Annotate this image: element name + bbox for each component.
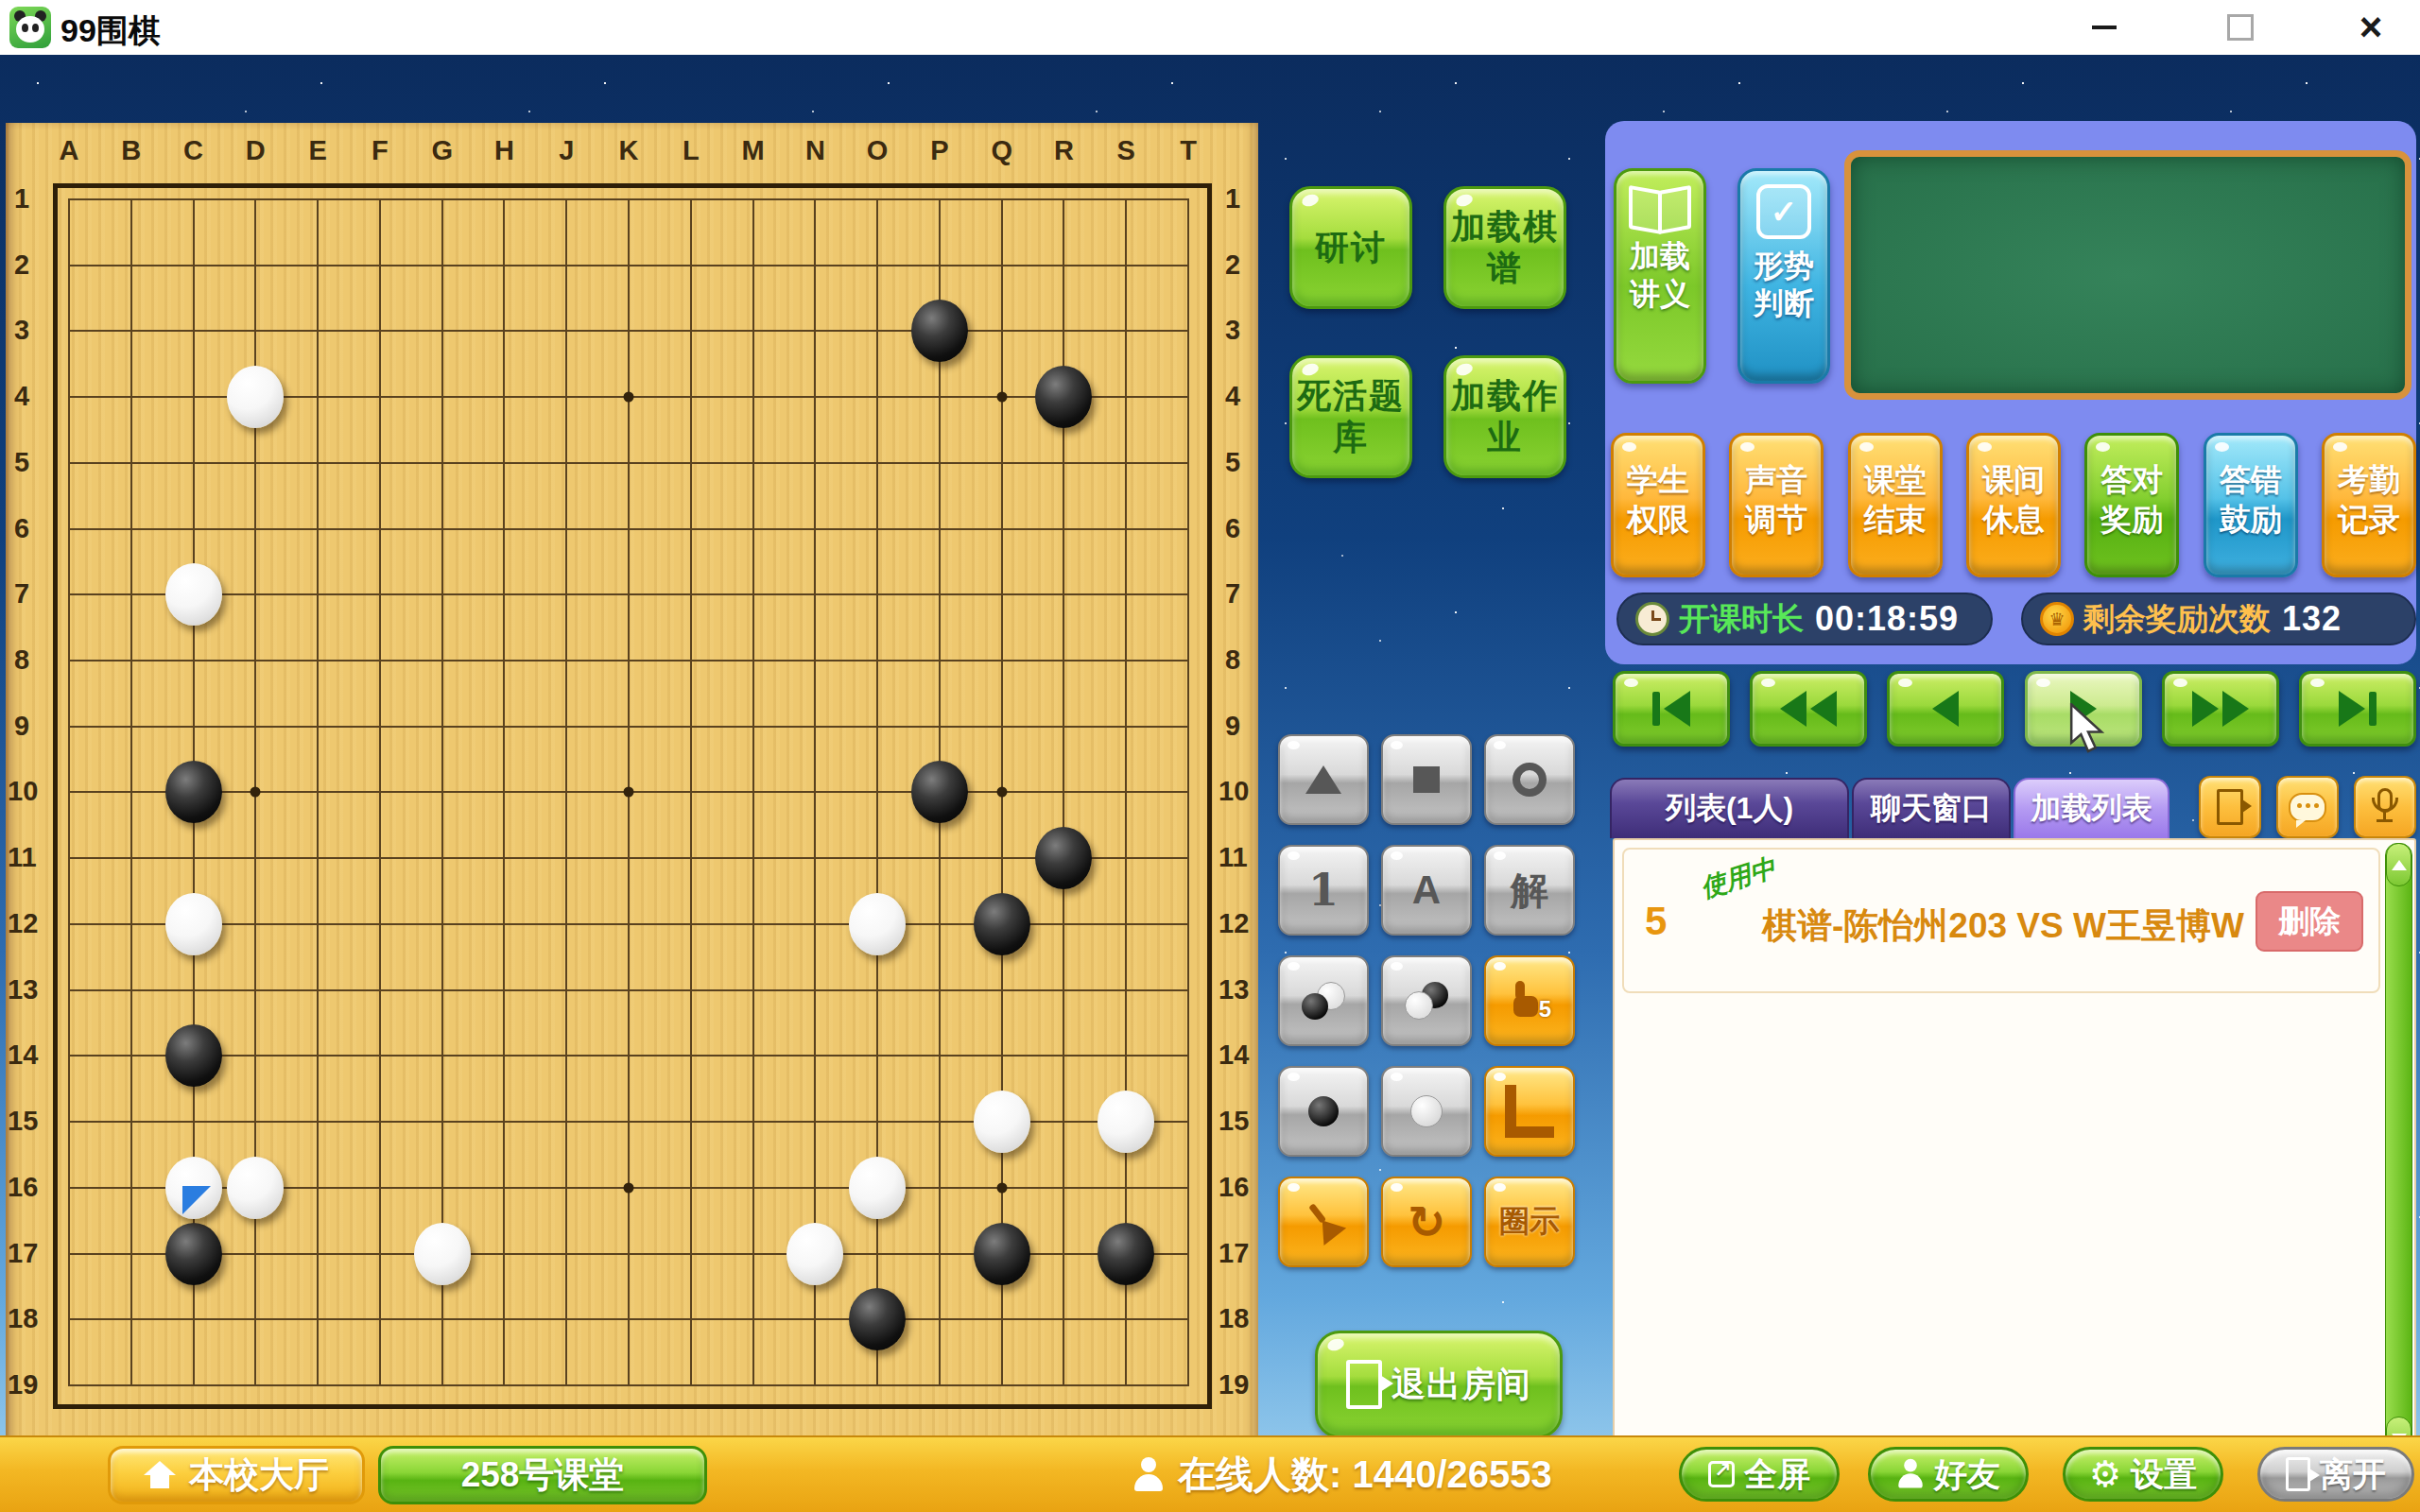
col-label-top: K: [610, 135, 648, 166]
exit-door-icon: [1346, 1360, 1382, 1409]
load-lecture-button[interactable]: 加载讲义: [1614, 168, 1706, 384]
bottom-bar: 本校大厅 258号课堂 在线人数: 1440/26553 全屏 好友 ⚙ 设置 …: [0, 1435, 2420, 1512]
tab-chat-window[interactable]: 聊天窗口: [1852, 778, 2011, 838]
stone-white-C7: [165, 563, 222, 626]
situation-judgement-button[interactable]: ✓ 形势判断: [1737, 168, 1830, 384]
stone-white-N17: [786, 1223, 843, 1285]
forward-icon: [2192, 691, 2219, 727]
book-icon: [1629, 184, 1691, 230]
star-point: [251, 787, 261, 798]
col-label-top: P: [921, 135, 959, 166]
board-panel: AABBCCDDEEFFGGHHJJKKLLMMNNOOPPQQRRSSTT11…: [6, 123, 1258, 1489]
row-label-left: 14: [8, 1039, 36, 1071]
stone-white-C12: [165, 893, 222, 955]
row-label-left: 2: [8, 249, 36, 281]
col-label-top: M: [735, 135, 772, 166]
place-black-stone-tool[interactable]: [1278, 1066, 1369, 1157]
list-scrollbar[interactable]: [2385, 843, 2412, 1460]
scroll-up-icon: [2392, 860, 2407, 870]
col-label-top: R: [1045, 135, 1082, 166]
col-label-top: F: [361, 135, 399, 166]
class-button-1[interactable]: 学生权限: [1611, 433, 1705, 577]
row-label-right: 16: [1219, 1172, 1247, 1203]
count-territory-tool[interactable]: [1484, 1066, 1575, 1157]
stone-black-O18: [849, 1288, 906, 1350]
stone-black-P3: [911, 300, 968, 362]
col-label-top: J: [547, 135, 585, 166]
row-label-left: 12: [8, 908, 36, 939]
minimize-icon: [2092, 26, 2117, 29]
stone-black-P10: [911, 761, 968, 823]
number-label-tool[interactable]: 1: [1278, 845, 1369, 936]
alternate-stones-black-first-tool[interactable]: [1278, 955, 1369, 1046]
row-label-left: 19: [8, 1369, 36, 1400]
class-button-7[interactable]: 考勤记录: [2322, 433, 2416, 577]
annotation-tools: 1 A 解 5 ↻ 圈示: [1278, 734, 1576, 1267]
letter-label-tool[interactable]: A: [1381, 845, 1472, 936]
settings-button[interactable]: ⚙ 设置: [2063, 1447, 2223, 1502]
row-label-right: 3: [1219, 315, 1247, 346]
class-button-2[interactable]: 声音调节: [1729, 433, 1824, 577]
class-management-buttons: 学生权限声音调节课堂结束课间休息答对奖励答错鼓励考勤记录: [1611, 433, 2416, 577]
delete-record-button[interactable]: 删除: [2256, 891, 2363, 952]
check-badge-icon: ✓: [1756, 184, 1811, 239]
black-white-stones-icon: [1302, 982, 1345, 1020]
stone-black-S17: [1098, 1223, 1154, 1285]
row-label-left: 16: [8, 1172, 36, 1203]
person-icon: [1134, 1457, 1163, 1493]
row-label-right: 1: [1219, 183, 1247, 215]
tsumego-bank-button[interactable]: 死活题库: [1289, 355, 1412, 478]
start-bar-icon: [1652, 692, 1660, 726]
fullscreen-button[interactable]: 全屏: [1679, 1447, 1840, 1502]
go-to-end-button[interactable]: [2299, 671, 2416, 747]
close-button[interactable]: ×: [2331, 0, 2411, 55]
row-label-left: 15: [8, 1106, 36, 1137]
home-icon: [144, 1461, 176, 1489]
row-label-left: 17: [8, 1238, 36, 1269]
loaded-records-list: 5 使用中 棋谱-陈怡州203 VS W王昱博W 删除: [1613, 838, 2416, 1463]
star-point: [996, 392, 1007, 403]
col-label-top: L: [672, 135, 710, 166]
exit-room-button[interactable]: 退出房间: [1315, 1331, 1563, 1438]
stone-black-C17: [165, 1223, 222, 1285]
middle-menu: 研讨 加载棋谱 死活题库 加载作业: [1289, 186, 1561, 472]
solve-tool[interactable]: 解: [1484, 845, 1575, 936]
stone-white-O12: [849, 893, 906, 955]
microphone-button[interactable]: [2354, 776, 2416, 838]
chat-bubble-icon: [2289, 793, 2326, 822]
ruler-icon: [1505, 1085, 1554, 1138]
hand-pointer-icon: 5: [1508, 979, 1551, 1022]
row-label-right: 15: [1219, 1106, 1247, 1137]
row-label-right: 12: [1219, 908, 1247, 939]
col-label-top: H: [485, 135, 523, 166]
class-button-3[interactable]: 课堂结束: [1848, 433, 1943, 577]
maximize-button[interactable]: [2201, 0, 2280, 55]
col-label-top: Q: [983, 135, 1021, 166]
broom-icon: [1294, 1193, 1353, 1251]
rewards-remaining-display: ♛ 剩余奖励次数 132: [2021, 593, 2416, 645]
record-in-use-badge: 使用中: [1697, 850, 1780, 905]
triangle-icon: [1305, 765, 1341, 794]
row-label-right: 10: [1219, 776, 1247, 807]
kick-user-button[interactable]: [2199, 776, 2261, 838]
play-button[interactable]: [2025, 671, 2142, 747]
black-stone-icon: [1308, 1096, 1339, 1126]
row-label-right: 17: [1219, 1238, 1247, 1269]
row-label-right: 4: [1219, 381, 1247, 412]
medal-icon: ♛: [2040, 602, 2074, 636]
stone-white-S15: [1098, 1091, 1154, 1153]
class-button-4[interactable]: 课间休息: [1966, 433, 2061, 577]
minimize-button[interactable]: [2065, 0, 2144, 55]
school-hall-button[interactable]: 本校大厅: [108, 1446, 365, 1504]
gear-icon: ⚙: [2089, 1456, 2121, 1492]
stone-black-R11: [1035, 827, 1092, 889]
fast-rewind-button[interactable]: [1750, 671, 1867, 747]
session-time-display: 开课时长 00:18:59: [1616, 593, 1993, 645]
row-label-left: 10: [8, 776, 36, 807]
scroll-up-button[interactable]: [2386, 843, 2411, 886]
reset-tool[interactable]: ↻: [1381, 1177, 1472, 1267]
row-label-left: 6: [8, 513, 36, 544]
row-label-right: 18: [1219, 1303, 1247, 1334]
row-label-right: 2: [1219, 249, 1247, 281]
online-count: 在线人数: 1440/26553: [1134, 1449, 1552, 1501]
back-triangle-icon: [1664, 691, 1690, 727]
triangle-marker-tool[interactable]: [1278, 734, 1369, 825]
friend-icon: [1898, 1459, 1923, 1489]
place-white-stone-tool[interactable]: [1381, 1066, 1472, 1157]
main-area: AABBCCDDEEFFGGHHJJKKLLMMNNOOPPQQRRSSTT11…: [0, 55, 2420, 1435]
star-point: [624, 787, 634, 798]
white-stone-icon: [1410, 1095, 1443, 1127]
clear-board-tool[interactable]: [1278, 1177, 1369, 1267]
square-marker-tool[interactable]: [1381, 734, 1472, 825]
clock-icon: [1635, 602, 1669, 636]
step-back-button[interactable]: [1887, 671, 2004, 747]
load-homework-button[interactable]: 加载作业: [1443, 355, 1566, 478]
col-label-top: G: [423, 135, 461, 166]
row-label-left: 7: [8, 578, 36, 610]
star-point: [624, 1182, 634, 1193]
row-label-right: 6: [1219, 513, 1247, 544]
col-label-top: S: [1107, 135, 1145, 166]
row-label-right: 8: [1219, 644, 1247, 676]
end-triangle-icon: [2339, 691, 2365, 727]
col-label-top: N: [796, 135, 834, 166]
try-moves-tool[interactable]: 5: [1484, 955, 1575, 1046]
load-kifu-button[interactable]: 加载棋谱: [1443, 186, 1566, 309]
close-icon: ×: [2359, 8, 2383, 47]
stone-black-Q17: [974, 1223, 1030, 1285]
stone-black-C10: [165, 761, 222, 823]
row-label-right: 9: [1219, 711, 1247, 742]
chalkboard-display: [1844, 150, 2411, 400]
circle-show-tool[interactable]: 圈示: [1484, 1177, 1575, 1267]
circle-marker-tool[interactable]: [1484, 734, 1575, 825]
door-exit-icon: [2217, 789, 2243, 825]
study-button[interactable]: 研讨: [1289, 186, 1412, 309]
row-label-left: 1: [8, 183, 36, 215]
microphone-icon: [2371, 788, 2399, 826]
rewind-icon: [1780, 691, 1806, 727]
alternate-stones-white-first-tool[interactable]: [1381, 955, 1472, 1046]
stone-black-R4: [1035, 366, 1092, 428]
teacher-panel: 加载讲义 ✓ 形势判断: [1605, 121, 2416, 664]
playback-controls: [1613, 671, 2416, 747]
stone-white-D4: [227, 366, 284, 428]
row-label-right: 13: [1219, 974, 1247, 1005]
classroom-button[interactable]: 258号课堂: [378, 1446, 707, 1504]
col-label-top: C: [175, 135, 213, 166]
stone-white-D16: [227, 1157, 284, 1219]
star-point: [996, 1182, 1007, 1193]
rewards-remaining-value: 132: [2282, 599, 2342, 639]
stone-white-G17: [414, 1223, 471, 1285]
friends-button[interactable]: 好友: [1868, 1447, 2029, 1502]
star-point: [624, 392, 634, 403]
record-index: 5: [1645, 899, 1667, 944]
fast-forward-button[interactable]: [2162, 671, 2279, 747]
stone-white-O16: [849, 1157, 906, 1219]
col-label-top: D: [236, 135, 274, 166]
leave-button[interactable]: 离开: [2257, 1447, 2414, 1502]
row-label-left: 9: [8, 711, 36, 742]
col-label-top: E: [299, 135, 337, 166]
app-window: 99围棋 × AABBCCDDEEFFGGHHJJKKLLMMNNOOPPQQR…: [0, 0, 2420, 1512]
col-label-top: B: [112, 135, 150, 166]
row-label-left: 5: [8, 447, 36, 478]
row-label-left: 13: [8, 974, 36, 1005]
square-icon: [1413, 766, 1440, 793]
back-icon: [1932, 691, 1959, 727]
app-logo-icon: [9, 7, 51, 48]
stone-black-Q12: [974, 893, 1030, 955]
row-label-right: 5: [1219, 447, 1247, 478]
stone-black-C14: [165, 1024, 222, 1087]
class-button-6[interactable]: 答错鼓励: [2204, 433, 2298, 577]
stone-white-Q15: [974, 1091, 1030, 1153]
title-bar: 99围棋 ×: [0, 0, 2420, 56]
fullscreen-icon: [1708, 1461, 1735, 1487]
col-label-top: T: [1169, 135, 1207, 166]
star-point: [996, 787, 1007, 798]
row-label-right: 11: [1219, 842, 1247, 873]
end-bar-icon: [2369, 692, 2377, 726]
record-title: 棋谱-陈怡州203 VS W王昱博W: [1762, 902, 2244, 950]
play-icon: [2070, 691, 2097, 727]
chat-toggle-button[interactable]: [2276, 776, 2339, 838]
last-move-marker: [182, 1186, 211, 1214]
col-label-top: A: [50, 135, 88, 166]
refresh-icon: ↻: [1408, 1195, 1445, 1248]
row-label-left: 4: [8, 381, 36, 412]
row-label-left: 8: [8, 644, 36, 676]
leave-door-icon: [2286, 1457, 2310, 1491]
go-to-start-button[interactable]: [1613, 671, 1730, 747]
tab-user-list[interactable]: 列表(1人): [1610, 778, 1849, 838]
row-label-right: 19: [1219, 1369, 1247, 1400]
row-label-left: 11: [8, 842, 36, 873]
row-label-left: 18: [8, 1303, 36, 1334]
row-label-right: 14: [1219, 1039, 1247, 1071]
row-label-right: 7: [1219, 578, 1247, 610]
row-label-left: 3: [8, 315, 36, 346]
circle-icon: [1512, 763, 1547, 797]
white-black-stones-icon: [1405, 982, 1448, 1020]
record-list-item[interactable]: 5 使用中 棋谱-陈怡州203 VS W王昱博W 删除: [1622, 848, 2380, 993]
col-label-top: O: [858, 135, 896, 166]
maximize-icon: [2227, 14, 2254, 41]
class-button-5[interactable]: 答对奖励: [2084, 433, 2179, 577]
window-title: 99围棋: [60, 9, 161, 53]
session-time-value: 00:18:59: [1815, 599, 1959, 639]
tab-load-list[interactable]: 加载列表: [2014, 778, 2169, 838]
